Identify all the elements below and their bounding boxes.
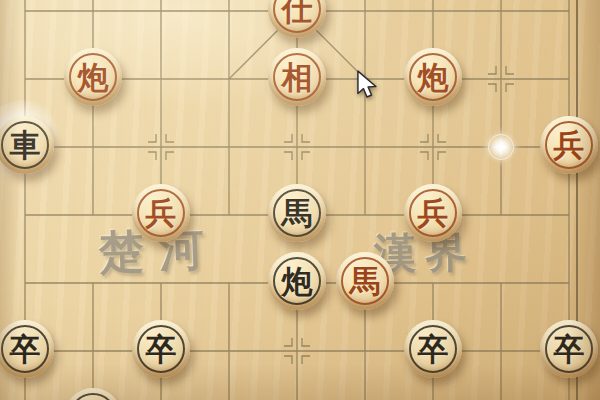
- piece-red-elephant-e2[interactable]: 相: [268, 48, 326, 106]
- piece-glyph: 相: [282, 62, 313, 93]
- piece-glyph: 馬: [350, 266, 381, 297]
- piece-red-soldier-i3[interactable]: 兵: [540, 116, 598, 174]
- piece-red-cannon-b2[interactable]: 炮: [64, 48, 122, 106]
- piece-glyph: 卒: [10, 334, 41, 365]
- piece-black-cannon-b7[interactable]: 炮: [64, 388, 122, 400]
- piece-black-horse-e4[interactable]: 馬: [268, 184, 326, 242]
- piece-black-soldier-i6[interactable]: 卒: [540, 320, 598, 378]
- piece-black-soldier-c6[interactable]: 卒: [132, 320, 190, 378]
- piece-red-soldier-g4[interactable]: 兵: [404, 184, 462, 242]
- piece-black-chariot-a3[interactable]: 車: [0, 116, 54, 174]
- piece-glyph: 炮: [282, 266, 313, 297]
- piece-glyph: 兵: [554, 130, 585, 161]
- piece-glyph: 炮: [78, 62, 109, 93]
- piece-glyph: 車: [10, 130, 41, 161]
- piece-glyph: 馬: [282, 198, 313, 229]
- piece-red-cannon-g2[interactable]: 炮: [404, 48, 462, 106]
- piece-glyph: 卒: [146, 334, 177, 365]
- xiangqi-board[interactable]: 楚河 漢界 仕炮相炮車兵兵馬兵炮馬卒卒卒卒炮: [0, 0, 600, 400]
- piece-glyph: 仕: [282, 0, 313, 25]
- piece-glyph: 炮: [418, 62, 449, 93]
- piece-black-soldier-a6[interactable]: 卒: [0, 320, 54, 378]
- piece-glyph: 兵: [418, 198, 449, 229]
- piece-red-soldier-c4[interactable]: 兵: [132, 184, 190, 242]
- piece-glyph: 兵: [146, 198, 177, 229]
- piece-black-soldier-g6[interactable]: 卒: [404, 320, 462, 378]
- pieces-layer: 仕炮相炮車兵兵馬兵炮馬卒卒卒卒炮: [0, 0, 600, 400]
- piece-red-horse-f5[interactable]: 馬: [336, 252, 394, 310]
- piece-red-advisor-e1[interactable]: 仕: [268, 0, 326, 38]
- piece-black-cannon-e5[interactable]: 炮: [268, 252, 326, 310]
- piece-glyph: 卒: [418, 334, 449, 365]
- piece-glyph: 卒: [554, 334, 585, 365]
